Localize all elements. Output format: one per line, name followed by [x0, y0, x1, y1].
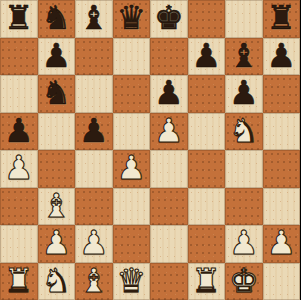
- piece-white-pawn[interactable]: ♟: [4, 149, 34, 187]
- square-c1[interactable]: ♝: [75, 263, 113, 300]
- piece-white-pawn[interactable]: ♟: [41, 224, 71, 262]
- square-b4[interactable]: [38, 150, 76, 188]
- square-f3[interactable]: [188, 188, 226, 226]
- square-h2[interactable]: ♟: [263, 225, 301, 263]
- square-b2[interactable]: ♟: [38, 225, 76, 263]
- square-b1[interactable]: ♞: [38, 263, 76, 300]
- square-d6[interactable]: [113, 75, 151, 113]
- square-e6[interactable]: ♟: [150, 75, 188, 113]
- square-g8[interactable]: [225, 0, 263, 38]
- square-c6[interactable]: [75, 75, 113, 113]
- square-g5[interactable]: ♞: [225, 113, 263, 151]
- square-d1[interactable]: ♛: [113, 263, 151, 300]
- square-c5[interactable]: ♟: [75, 113, 113, 151]
- square-e8[interactable]: ♚: [150, 0, 188, 38]
- square-a7[interactable]: [0, 38, 38, 76]
- piece-black-rook[interactable]: ♜: [266, 0, 296, 37]
- square-d8[interactable]: ♛: [113, 0, 151, 38]
- piece-black-queen[interactable]: ♛: [116, 0, 146, 37]
- square-a2[interactable]: [0, 225, 38, 263]
- piece-white-pawn[interactable]: ♟: [79, 224, 109, 262]
- piece-black-pawn[interactable]: ♟: [266, 37, 296, 75]
- square-b3[interactable]: ♝: [38, 188, 76, 226]
- piece-white-pawn[interactable]: ♟: [154, 112, 184, 150]
- piece-black-rook[interactable]: ♜: [4, 0, 34, 37]
- square-h5[interactable]: [263, 113, 301, 151]
- piece-white-knight[interactable]: ♞: [41, 262, 71, 300]
- square-c3[interactable]: [75, 188, 113, 226]
- square-d4[interactable]: ♟: [113, 150, 151, 188]
- square-a3[interactable]: [0, 188, 38, 226]
- piece-white-king[interactable]: ♚: [229, 262, 259, 300]
- square-e3[interactable]: [150, 188, 188, 226]
- square-d3[interactable]: [113, 188, 151, 226]
- square-g3[interactable]: [225, 188, 263, 226]
- piece-white-pawn[interactable]: ♟: [116, 149, 146, 187]
- square-h1[interactable]: [263, 263, 301, 300]
- square-h4[interactable]: [263, 150, 301, 188]
- square-h6[interactable]: [263, 75, 301, 113]
- piece-white-rook[interactable]: ♜: [191, 262, 221, 300]
- piece-black-king[interactable]: ♚: [154, 0, 184, 37]
- square-b6[interactable]: ♞: [38, 75, 76, 113]
- square-f8[interactable]: [188, 0, 226, 38]
- square-a8[interactable]: ♜: [0, 0, 38, 38]
- piece-white-rook[interactable]: ♜: [4, 262, 34, 300]
- square-c2[interactable]: ♟: [75, 225, 113, 263]
- square-h7[interactable]: ♟: [263, 38, 301, 76]
- piece-white-bishop[interactable]: ♝: [79, 262, 109, 300]
- square-g4[interactable]: [225, 150, 263, 188]
- square-b8[interactable]: ♞: [38, 0, 76, 38]
- square-f5[interactable]: [188, 113, 226, 151]
- square-f7[interactable]: ♟: [188, 38, 226, 76]
- square-g7[interactable]: ♝: [225, 38, 263, 76]
- square-c7[interactable]: [75, 38, 113, 76]
- piece-black-pawn[interactable]: ♟: [229, 74, 259, 112]
- piece-black-knight[interactable]: ♞: [41, 0, 71, 37]
- square-a1[interactable]: ♜: [0, 263, 38, 300]
- square-f1[interactable]: ♜: [188, 263, 226, 300]
- piece-black-pawn[interactable]: ♟: [41, 37, 71, 75]
- square-c8[interactable]: ♝: [75, 0, 113, 38]
- square-b5[interactable]: [38, 113, 76, 151]
- square-d2[interactable]: [113, 225, 151, 263]
- piece-black-pawn[interactable]: ♟: [79, 112, 109, 150]
- piece-white-pawn[interactable]: ♟: [266, 224, 296, 262]
- square-e7[interactable]: [150, 38, 188, 76]
- square-g6[interactable]: ♟: [225, 75, 263, 113]
- square-d5[interactable]: [113, 113, 151, 151]
- square-e2[interactable]: [150, 225, 188, 263]
- square-e4[interactable]: [150, 150, 188, 188]
- square-h8[interactable]: ♜: [263, 0, 301, 38]
- square-b7[interactable]: ♟: [38, 38, 76, 76]
- square-c4[interactable]: [75, 150, 113, 188]
- square-e5[interactable]: ♟: [150, 113, 188, 151]
- piece-black-pawn[interactable]: ♟: [154, 74, 184, 112]
- piece-white-queen[interactable]: ♛: [116, 262, 146, 300]
- square-f2[interactable]: [188, 225, 226, 263]
- square-a6[interactable]: [0, 75, 38, 113]
- piece-black-knight[interactable]: ♞: [41, 74, 71, 112]
- square-f6[interactable]: [188, 75, 226, 113]
- piece-black-pawn[interactable]: ♟: [191, 37, 221, 75]
- piece-black-bishop[interactable]: ♝: [79, 0, 109, 37]
- square-a5[interactable]: ♟: [0, 113, 38, 151]
- piece-white-pawn[interactable]: ♟: [229, 224, 259, 262]
- piece-white-knight[interactable]: ♞: [229, 112, 259, 150]
- square-e1[interactable]: [150, 263, 188, 300]
- square-d7[interactable]: [113, 38, 151, 76]
- piece-white-bishop[interactable]: ♝: [41, 187, 71, 225]
- square-g2[interactable]: ♟: [225, 225, 263, 263]
- piece-black-pawn[interactable]: ♟: [4, 112, 34, 150]
- piece-black-bishop[interactable]: ♝: [229, 37, 259, 75]
- chess-board: ♜♞♝♛♚♜♟♟♝♟♞♟♟♟♟♟♞♟♟♝♟♟♟♟♜♞♝♛♜♚: [0, 0, 300, 300]
- square-g1[interactable]: ♚: [225, 263, 263, 300]
- square-a4[interactable]: ♟: [0, 150, 38, 188]
- square-f4[interactable]: [188, 150, 226, 188]
- square-h3[interactable]: [263, 188, 301, 226]
